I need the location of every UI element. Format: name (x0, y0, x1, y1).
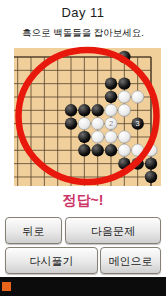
answer-circle-annotation (19, 50, 157, 182)
app-screen: Day 11 흑으로 백돌들을 잡아보세요. 23 정답~! 뒤로 다음문제 다… (0, 0, 166, 296)
stone-black (78, 131, 90, 143)
stone-white (105, 131, 117, 143)
stone-black (145, 171, 157, 183)
stone-white (105, 104, 117, 116)
stone-white (118, 104, 130, 116)
ad-icon (2, 282, 11, 291)
stone-black (118, 77, 130, 89)
stone-black (78, 104, 90, 116)
main-menu-button[interactable]: 메인으로 (100, 247, 161, 274)
next-problem-button[interactable]: 다음문제 (65, 217, 161, 244)
retry-button[interactable]: 다시풀기 (5, 247, 98, 274)
stone-black (78, 144, 90, 156)
stone-black (145, 157, 157, 169)
stone-black (65, 104, 77, 116)
move-number-label: 3 (136, 119, 140, 128)
go-board[interactable]: 23 (14, 48, 161, 186)
back-button[interactable]: 뒤로 (5, 217, 62, 244)
stone-white (131, 91, 143, 103)
ad-banner[interactable] (0, 277, 166, 296)
stone-black (91, 144, 103, 156)
stone-black (105, 77, 117, 89)
stone-black (65, 117, 77, 129)
answer-status-text: 정답~! (0, 192, 166, 210)
stone-black (105, 144, 117, 156)
stone-white (118, 131, 130, 143)
stone-white (118, 144, 130, 156)
stone-black (91, 104, 103, 116)
page-title: Day 11 (0, 5, 166, 20)
stone-white (91, 131, 103, 143)
stone-white (118, 91, 130, 103)
stone-white (91, 117, 103, 129)
instruction-text: 흑으로 백돌들을 잡아보세요. (0, 27, 166, 40)
stone-white (78, 117, 90, 129)
stone-black (105, 91, 117, 103)
move-number-label: 2 (109, 119, 113, 128)
